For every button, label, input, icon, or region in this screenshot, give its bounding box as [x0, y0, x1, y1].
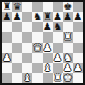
- square-e3[interactable]: [43, 53, 53, 63]
- square-a6[interactable]: [2, 22, 12, 32]
- square-h1[interactable]: [73, 73, 83, 83]
- square-b4[interactable]: [12, 43, 22, 53]
- square-d2[interactable]: [32, 63, 42, 73]
- square-c7[interactable]: [22, 12, 32, 22]
- square-b5[interactable]: [12, 32, 22, 42]
- square-g5[interactable]: ♜: [63, 32, 73, 42]
- square-g4[interactable]: [63, 43, 73, 53]
- square-c1[interactable]: ♝: [22, 73, 32, 83]
- black-king-icon: ♚: [63, 2, 72, 12]
- square-d7[interactable]: ♞: [32, 12, 42, 22]
- white-pawn-icon: ♟: [63, 63, 72, 73]
- black-pawn-icon: ♟: [3, 12, 12, 22]
- square-g7[interactable]: ♟: [63, 12, 73, 22]
- white-knight-icon: ♞: [63, 53, 72, 63]
- square-d4[interactable]: ♛: [32, 43, 42, 53]
- white-king-icon: ♚: [63, 73, 72, 83]
- white-rook-icon: ♜: [63, 32, 72, 42]
- square-d1[interactable]: [32, 73, 42, 83]
- white-pawn-icon: ♟: [43, 43, 52, 53]
- square-a5[interactable]: [2, 32, 12, 42]
- square-f7[interactable]: ♟: [53, 12, 63, 22]
- square-e5[interactable]: [43, 32, 53, 42]
- square-g6[interactable]: [63, 22, 73, 32]
- white-pawn-icon: ♟: [3, 53, 12, 63]
- black-queen-icon: ♛: [13, 2, 22, 12]
- square-b3[interactable]: [12, 53, 22, 63]
- square-h4[interactable]: [73, 43, 83, 53]
- square-g3[interactable]: ♞: [63, 53, 73, 63]
- square-h5[interactable]: [73, 32, 83, 42]
- square-h7[interactable]: ♟: [73, 12, 83, 22]
- square-e4[interactable]: ♟: [43, 43, 53, 53]
- white-pawn-icon: ♟: [73, 63, 82, 73]
- white-queen-icon: ♛: [33, 43, 42, 53]
- square-f6[interactable]: ♞: [53, 22, 63, 32]
- white-bishop-icon: ♝: [43, 63, 52, 73]
- square-a7[interactable]: ♟: [2, 12, 12, 22]
- square-h2[interactable]: ♟: [73, 63, 83, 73]
- square-a1[interactable]: [2, 73, 12, 83]
- square-f3[interactable]: ♟: [53, 53, 63, 63]
- square-f4[interactable]: [53, 43, 63, 53]
- square-e8[interactable]: [43, 2, 53, 12]
- square-a8[interactable]: ♜: [2, 2, 12, 12]
- square-b6[interactable]: [12, 22, 22, 32]
- white-pawn-icon: ♟: [53, 53, 62, 63]
- square-b2[interactable]: [12, 63, 22, 73]
- black-pawn-icon: ♟: [43, 22, 52, 32]
- black-pawn-icon: ♟: [53, 12, 62, 22]
- black-rook-icon: ♜: [3, 2, 12, 12]
- black-rook-icon: ♜: [43, 12, 52, 22]
- black-knight-icon: ♞: [33, 12, 42, 22]
- white-rook-icon: ♜: [53, 73, 62, 83]
- square-h6[interactable]: [73, 22, 83, 32]
- black-pawn-icon: ♟: [13, 12, 22, 22]
- square-h8[interactable]: [73, 2, 83, 12]
- square-e1[interactable]: [43, 73, 53, 83]
- square-h3[interactable]: [73, 53, 83, 63]
- square-e2[interactable]: ♝: [43, 63, 53, 73]
- square-c8[interactable]: [22, 2, 32, 12]
- square-e7[interactable]: ♜: [43, 12, 53, 22]
- white-bishop-icon: ♝: [23, 73, 32, 83]
- black-pawn-icon: ♟: [73, 12, 82, 22]
- square-a2[interactable]: [2, 63, 12, 73]
- square-g2[interactable]: ♟: [63, 63, 73, 73]
- square-f1[interactable]: ♜: [53, 73, 63, 83]
- square-c6[interactable]: [22, 22, 32, 32]
- square-g1[interactable]: ♚: [63, 73, 73, 83]
- black-knight-icon: ♞: [53, 22, 62, 32]
- square-c2[interactable]: [22, 63, 32, 73]
- square-c3[interactable]: [22, 53, 32, 63]
- square-c4[interactable]: [22, 43, 32, 53]
- square-f8[interactable]: [53, 2, 63, 12]
- square-a4[interactable]: [2, 43, 12, 53]
- square-b7[interactable]: ♟: [12, 12, 22, 22]
- black-pawn-icon: ♟: [63, 12, 72, 22]
- square-d8[interactable]: [32, 2, 42, 12]
- square-d3[interactable]: [32, 53, 42, 63]
- square-d5[interactable]: [32, 32, 42, 42]
- square-d6[interactable]: [32, 22, 42, 32]
- square-b8[interactable]: ♛: [12, 2, 22, 12]
- square-g8[interactable]: ♚: [63, 2, 73, 12]
- square-f2[interactable]: [53, 63, 63, 73]
- square-c5[interactable]: [22, 32, 32, 42]
- chessboard: ♜♛♚♟♟♞♜♟♟♟♟♞♜♛♟♟♟♞♝♟♟♝♜♚: [0, 0, 85, 85]
- square-e6[interactable]: ♟: [43, 22, 53, 32]
- square-b1[interactable]: [12, 73, 22, 83]
- square-f5[interactable]: [53, 32, 63, 42]
- square-a3[interactable]: ♟: [2, 53, 12, 63]
